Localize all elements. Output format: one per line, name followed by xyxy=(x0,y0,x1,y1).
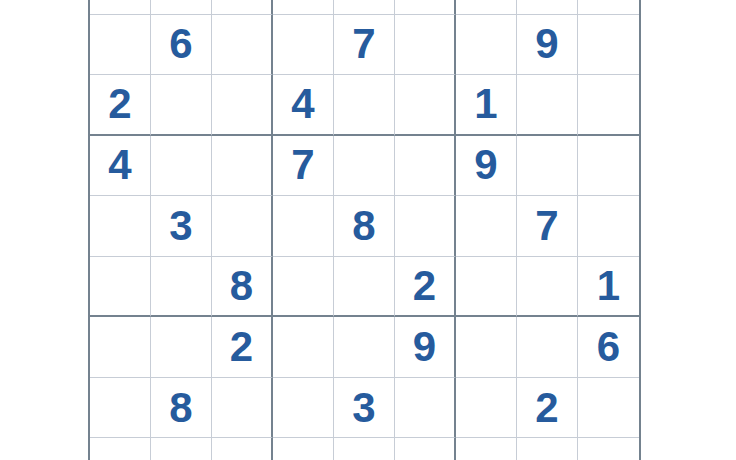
cell-r2c6[interactable] xyxy=(395,15,456,76)
cell-r6c8[interactable] xyxy=(517,257,578,318)
cell-r3c9[interactable] xyxy=(578,75,639,136)
cell-r9c6[interactable] xyxy=(395,438,456,460)
cell-r5c4[interactable] xyxy=(273,196,334,257)
cell-r3c3[interactable] xyxy=(212,75,273,136)
cell-r4c2[interactable] xyxy=(151,136,212,197)
cell-r3c1[interactable]: 2 xyxy=(90,75,151,136)
given-digit: 6 xyxy=(169,23,192,65)
cell-r1c7[interactable] xyxy=(456,0,517,15)
given-digit: 1 xyxy=(597,265,620,307)
cell-r4c8[interactable] xyxy=(517,136,578,197)
cell-r4c5[interactable] xyxy=(334,136,395,197)
cell-r3c6[interactable] xyxy=(395,75,456,136)
cell-r7c2[interactable] xyxy=(151,317,212,378)
cell-r8c7[interactable] xyxy=(456,378,517,439)
cell-r2c7[interactable] xyxy=(456,15,517,76)
cell-r7c6[interactable]: 9 xyxy=(395,317,456,378)
given-digit: 4 xyxy=(291,83,314,125)
cell-r2c3[interactable] xyxy=(212,15,273,76)
cell-r2c9[interactable] xyxy=(578,15,639,76)
given-digit: 9 xyxy=(413,326,436,368)
given-digit: 2 xyxy=(230,326,253,368)
cell-r5c8[interactable]: 7 xyxy=(517,196,578,257)
given-digit: 8 xyxy=(230,265,253,307)
cell-r9c8[interactable] xyxy=(517,438,578,460)
cell-r6c6[interactable]: 2 xyxy=(395,257,456,318)
cell-r1c5[interactable] xyxy=(334,0,395,15)
cell-r4c1[interactable]: 4 xyxy=(90,136,151,197)
cell-r2c5[interactable]: 7 xyxy=(334,15,395,76)
given-digit: 2 xyxy=(535,387,558,429)
cell-r1c9[interactable] xyxy=(578,0,639,15)
cell-r6c5[interactable] xyxy=(334,257,395,318)
cell-r7c5[interactable] xyxy=(334,317,395,378)
cell-r9c7[interactable] xyxy=(456,438,517,460)
cell-r4c4[interactable]: 7 xyxy=(273,136,334,197)
cell-r5c9[interactable] xyxy=(578,196,639,257)
given-digit: 3 xyxy=(352,387,375,429)
cell-r4c7[interactable]: 9 xyxy=(456,136,517,197)
cell-r9c4[interactable] xyxy=(273,438,334,460)
cell-r8c8[interactable]: 2 xyxy=(517,378,578,439)
cell-r4c9[interactable] xyxy=(578,136,639,197)
cell-r5c6[interactable] xyxy=(395,196,456,257)
cell-r1c4[interactable] xyxy=(273,0,334,15)
cell-r9c9[interactable] xyxy=(578,438,639,460)
sudoku-board: 679241479387821296832 xyxy=(88,0,641,460)
cell-r1c1[interactable] xyxy=(90,0,151,15)
given-digit: 1 xyxy=(474,83,497,125)
cell-r6c3[interactable]: 8 xyxy=(212,257,273,318)
cell-r5c1[interactable] xyxy=(90,196,151,257)
cell-r8c4[interactable] xyxy=(273,378,334,439)
cell-r6c7[interactable] xyxy=(456,257,517,318)
cell-r6c2[interactable] xyxy=(151,257,212,318)
cell-r7c8[interactable] xyxy=(517,317,578,378)
page: 679241479387821296832 xyxy=(0,0,736,460)
cell-r2c4[interactable] xyxy=(273,15,334,76)
cell-r3c5[interactable] xyxy=(334,75,395,136)
cell-r4c3[interactable] xyxy=(212,136,273,197)
given-digit: 8 xyxy=(169,387,192,429)
given-digit: 9 xyxy=(474,144,497,186)
cell-r4c6[interactable] xyxy=(395,136,456,197)
cell-r5c5[interactable]: 8 xyxy=(334,196,395,257)
cell-r5c3[interactable] xyxy=(212,196,273,257)
cell-r2c2[interactable]: 6 xyxy=(151,15,212,76)
cell-r3c4[interactable]: 4 xyxy=(273,75,334,136)
given-digit: 7 xyxy=(535,205,558,247)
cell-r7c1[interactable] xyxy=(90,317,151,378)
cell-r8c5[interactable]: 3 xyxy=(334,378,395,439)
cell-r8c2[interactable]: 8 xyxy=(151,378,212,439)
cell-r1c2[interactable] xyxy=(151,0,212,15)
cell-r8c9[interactable] xyxy=(578,378,639,439)
cell-r5c2[interactable]: 3 xyxy=(151,196,212,257)
given-digit: 7 xyxy=(352,23,375,65)
cell-r9c3[interactable] xyxy=(212,438,273,460)
cell-r1c6[interactable] xyxy=(395,0,456,15)
cell-r3c7[interactable]: 1 xyxy=(456,75,517,136)
given-digit: 2 xyxy=(413,265,436,307)
cell-r3c8[interactable] xyxy=(517,75,578,136)
cell-r8c1[interactable] xyxy=(90,378,151,439)
cell-r9c2[interactable] xyxy=(151,438,212,460)
cell-r6c9[interactable]: 1 xyxy=(578,257,639,318)
cell-r6c1[interactable] xyxy=(90,257,151,318)
cell-r7c3[interactable]: 2 xyxy=(212,317,273,378)
cell-r7c4[interactable] xyxy=(273,317,334,378)
cell-r2c8[interactable]: 9 xyxy=(517,15,578,76)
cell-r8c6[interactable] xyxy=(395,378,456,439)
cell-r6c4[interactable] xyxy=(273,257,334,318)
cell-r8c3[interactable] xyxy=(212,378,273,439)
given-digit: 3 xyxy=(169,205,192,247)
cell-r9c1[interactable] xyxy=(90,438,151,460)
given-digit: 8 xyxy=(352,205,375,247)
given-digit: 6 xyxy=(597,326,620,368)
cell-r5c7[interactable] xyxy=(456,196,517,257)
cell-r7c7[interactable] xyxy=(456,317,517,378)
cell-r7c9[interactable]: 6 xyxy=(578,317,639,378)
cell-r1c8[interactable] xyxy=(517,0,578,15)
cell-r2c1[interactable] xyxy=(90,15,151,76)
given-digit: 2 xyxy=(108,83,131,125)
given-digit: 9 xyxy=(535,23,558,65)
cell-r1c3[interactable] xyxy=(212,0,273,15)
given-digit: 7 xyxy=(291,144,314,186)
given-digit: 4 xyxy=(108,144,131,186)
cell-r9c5[interactable] xyxy=(334,438,395,460)
cell-r3c2[interactable] xyxy=(151,75,212,136)
